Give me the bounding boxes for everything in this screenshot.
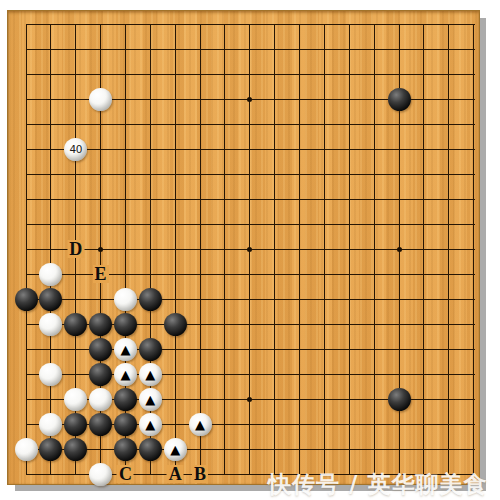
black-stone: [89, 413, 112, 436]
black-stone: [89, 313, 112, 336]
page-root: 40▲▲▲▲▲▲▲ DECAB 快传号 / 英华聊美食: [0, 0, 500, 500]
triangle-mark: ▲: [120, 343, 130, 356]
white-stone: [114, 288, 137, 311]
grid-line: [299, 24, 300, 475]
black-stone: [114, 413, 137, 436]
black-stone: [164, 313, 187, 336]
black-stone: [39, 438, 62, 461]
star-point: [247, 97, 252, 102]
white-stone-triangle-marked: ▲: [139, 388, 162, 411]
point-label-e: E: [93, 265, 109, 283]
white-stone-triangle-marked: ▲: [164, 438, 187, 461]
black-stone: [139, 438, 162, 461]
triangle-mark: ▲: [145, 393, 155, 406]
grid-line: [26, 24, 475, 25]
black-stone: [388, 388, 411, 411]
grid-line: [26, 449, 475, 450]
star-point: [247, 247, 252, 252]
black-stone: [114, 438, 137, 461]
black-stone: [114, 388, 137, 411]
white-stone: [39, 263, 62, 286]
white-stone: [39, 313, 62, 336]
white-stone: [89, 88, 112, 111]
black-stone: [139, 288, 162, 311]
grid-line: [200, 24, 201, 475]
triangle-mark: ▲: [145, 418, 155, 431]
grid-line: [26, 149, 475, 150]
grid-line: [274, 24, 275, 475]
white-stone: [15, 438, 38, 461]
grid-line: [26, 299, 475, 300]
watermark: 快传号 / 英华聊美食: [268, 469, 487, 500]
star-point: [98, 247, 103, 252]
go-board: 40▲▲▲▲▲▲▲ DECAB: [7, 10, 480, 485]
black-stone: [64, 413, 87, 436]
white-stone-triangle-marked: ▲: [114, 338, 137, 361]
triangle-mark: ▲: [120, 368, 130, 381]
grid-line: [26, 74, 475, 75]
white-stone-triangle-marked: ▲: [114, 363, 137, 386]
white-stone: [64, 388, 87, 411]
white-stone: [89, 388, 112, 411]
point-label-d: D: [67, 240, 84, 258]
black-stone: [139, 338, 162, 361]
white-stone: [39, 363, 62, 386]
point-label-a: A: [167, 465, 184, 483]
triangle-mark: ▲: [195, 418, 205, 431]
white-stone: [39, 413, 62, 436]
grid-line: [26, 224, 475, 225]
grid-line: [374, 24, 375, 475]
grid-line: [26, 174, 475, 175]
white-stone-triangle-marked: ▲: [189, 413, 212, 436]
white-stone: [89, 463, 112, 486]
grid-line: [349, 24, 350, 475]
black-stone: [39, 288, 62, 311]
grid-line: [175, 24, 176, 475]
grid-line: [26, 49, 475, 50]
star-point: [247, 397, 252, 402]
point-label-c: C: [117, 465, 134, 483]
star-point: [397, 247, 402, 252]
grid-line: [324, 24, 325, 475]
black-stone: [64, 438, 87, 461]
grid-line: [26, 24, 27, 475]
black-stone: [114, 313, 137, 336]
grid-line: [50, 24, 51, 475]
stone-number-label: 40: [70, 144, 82, 155]
grid-line: [26, 124, 475, 125]
point-label-b: B: [192, 465, 208, 483]
black-stone: [89, 363, 112, 386]
grid-line: [473, 24, 474, 475]
grid-line: [448, 24, 449, 475]
white-stone-numbered: 40: [64, 138, 87, 161]
black-stone: [64, 313, 87, 336]
white-stone-triangle-marked: ▲: [139, 413, 162, 436]
black-stone: [388, 88, 411, 111]
grid-line: [224, 24, 225, 475]
triangle-mark: ▲: [170, 443, 180, 456]
white-stone-triangle-marked: ▲: [139, 363, 162, 386]
black-stone: [89, 338, 112, 361]
black-stone: [15, 288, 38, 311]
triangle-mark: ▲: [145, 368, 155, 381]
grid-line: [26, 199, 475, 200]
grid-line: [423, 24, 424, 475]
